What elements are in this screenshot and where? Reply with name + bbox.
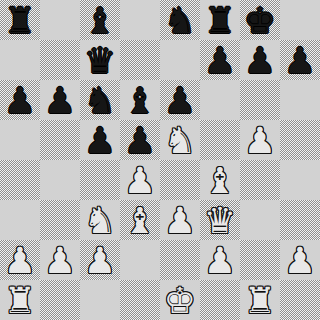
square-b6[interactable]: ♟ — [40, 80, 80, 120]
white-pawn[interactable]: ♟ — [160, 200, 200, 240]
square-a5[interactable] — [0, 120, 40, 160]
black-pawn[interactable]: ♟ — [240, 40, 280, 80]
square-b3[interactable] — [40, 200, 80, 240]
square-e8[interactable]: ♞ — [160, 0, 200, 40]
square-a2[interactable]: ♟ — [0, 240, 40, 280]
square-f5[interactable] — [200, 120, 240, 160]
square-c3[interactable]: ♞ — [80, 200, 120, 240]
white-pawn[interactable]: ♟ — [80, 240, 120, 280]
white-bishop[interactable]: ♝ — [200, 160, 240, 200]
square-f3[interactable]: ♛ — [200, 200, 240, 240]
square-a8[interactable]: ♜ — [0, 0, 40, 40]
square-d6[interactable]: ♝ — [120, 80, 160, 120]
square-h4[interactable] — [280, 160, 320, 200]
square-h1[interactable] — [280, 280, 320, 320]
square-e1[interactable]: ♚ — [160, 280, 200, 320]
square-g8[interactable]: ♚ — [240, 0, 280, 40]
square-a6[interactable]: ♟ — [0, 80, 40, 120]
square-d4[interactable]: ♟ — [120, 160, 160, 200]
square-f4[interactable]: ♝ — [200, 160, 240, 200]
square-d3[interactable]: ♝ — [120, 200, 160, 240]
square-g4[interactable] — [240, 160, 280, 200]
square-d2[interactable] — [120, 240, 160, 280]
black-pawn[interactable]: ♟ — [280, 40, 320, 80]
square-f8[interactable]: ♜ — [200, 0, 240, 40]
square-g2[interactable] — [240, 240, 280, 280]
square-b1[interactable] — [40, 280, 80, 320]
black-bishop[interactable]: ♝ — [120, 80, 160, 120]
square-f6[interactable] — [200, 80, 240, 120]
square-h6[interactable] — [280, 80, 320, 120]
square-a3[interactable] — [0, 200, 40, 240]
white-rook[interactable]: ♜ — [240, 280, 280, 320]
square-d5[interactable]: ♟ — [120, 120, 160, 160]
white-pawn[interactable]: ♟ — [120, 160, 160, 200]
square-h2[interactable]: ♟ — [280, 240, 320, 280]
square-g1[interactable]: ♜ — [240, 280, 280, 320]
black-pawn[interactable]: ♟ — [80, 120, 120, 160]
square-h7[interactable]: ♟ — [280, 40, 320, 80]
square-a1[interactable]: ♜ — [0, 280, 40, 320]
black-knight[interactable]: ♞ — [160, 0, 200, 40]
black-pawn[interactable]: ♟ — [200, 40, 240, 80]
black-queen[interactable]: ♛ — [80, 40, 120, 80]
square-b5[interactable] — [40, 120, 80, 160]
square-g3[interactable] — [240, 200, 280, 240]
square-h8[interactable] — [280, 0, 320, 40]
square-b4[interactable] — [40, 160, 80, 200]
black-knight[interactable]: ♞ — [80, 80, 120, 120]
square-h5[interactable] — [280, 120, 320, 160]
square-b8[interactable] — [40, 0, 80, 40]
square-e4[interactable] — [160, 160, 200, 200]
white-pawn[interactable]: ♟ — [280, 240, 320, 280]
square-c2[interactable]: ♟ — [80, 240, 120, 280]
chess-board: ♜♝♞♜♚♛♟♟♟♟♟♞♝♟♟♟♞♟♟♝♞♝♟♛♟♟♟♟♟♜♚♜ — [0, 0, 320, 320]
white-pawn[interactable]: ♟ — [200, 240, 240, 280]
square-g6[interactable] — [240, 80, 280, 120]
white-knight[interactable]: ♞ — [160, 120, 200, 160]
black-pawn[interactable]: ♟ — [40, 80, 80, 120]
square-a4[interactable] — [0, 160, 40, 200]
square-d7[interactable] — [120, 40, 160, 80]
square-e7[interactable] — [160, 40, 200, 80]
square-e5[interactable]: ♞ — [160, 120, 200, 160]
square-c4[interactable] — [80, 160, 120, 200]
square-c5[interactable]: ♟ — [80, 120, 120, 160]
square-e6[interactable]: ♟ — [160, 80, 200, 120]
black-rook[interactable]: ♜ — [0, 0, 40, 40]
white-rook[interactable]: ♜ — [0, 280, 40, 320]
square-b2[interactable]: ♟ — [40, 240, 80, 280]
square-a7[interactable] — [0, 40, 40, 80]
square-b7[interactable] — [40, 40, 80, 80]
square-c7[interactable]: ♛ — [80, 40, 120, 80]
square-d8[interactable] — [120, 0, 160, 40]
square-f1[interactable] — [200, 280, 240, 320]
square-d1[interactable] — [120, 280, 160, 320]
white-king[interactable]: ♚ — [160, 280, 200, 320]
square-f2[interactable]: ♟ — [200, 240, 240, 280]
square-g7[interactable]: ♟ — [240, 40, 280, 80]
square-g5[interactable]: ♟ — [240, 120, 280, 160]
black-pawn[interactable]: ♟ — [120, 120, 160, 160]
chess-diagram: ♜♝♞♜♚♛♟♟♟♟♟♞♝♟♟♟♞♟♟♝♞♝♟♛♟♟♟♟♟♜♚♜ — [0, 0, 320, 320]
square-f7[interactable]: ♟ — [200, 40, 240, 80]
square-e2[interactable] — [160, 240, 200, 280]
square-h3[interactable] — [280, 200, 320, 240]
black-king[interactable]: ♚ — [240, 0, 280, 40]
white-knight[interactable]: ♞ — [80, 200, 120, 240]
black-pawn[interactable]: ♟ — [160, 80, 200, 120]
white-queen[interactable]: ♛ — [200, 200, 240, 240]
square-c8[interactable]: ♝ — [80, 0, 120, 40]
square-c1[interactable] — [80, 280, 120, 320]
black-bishop[interactable]: ♝ — [80, 0, 120, 40]
white-bishop[interactable]: ♝ — [120, 200, 160, 240]
white-pawn[interactable]: ♟ — [40, 240, 80, 280]
black-rook[interactable]: ♜ — [200, 0, 240, 40]
square-e3[interactable]: ♟ — [160, 200, 200, 240]
black-pawn[interactable]: ♟ — [0, 80, 40, 120]
white-pawn[interactable]: ♟ — [0, 240, 40, 280]
white-pawn[interactable]: ♟ — [240, 120, 280, 160]
square-c6[interactable]: ♞ — [80, 80, 120, 120]
